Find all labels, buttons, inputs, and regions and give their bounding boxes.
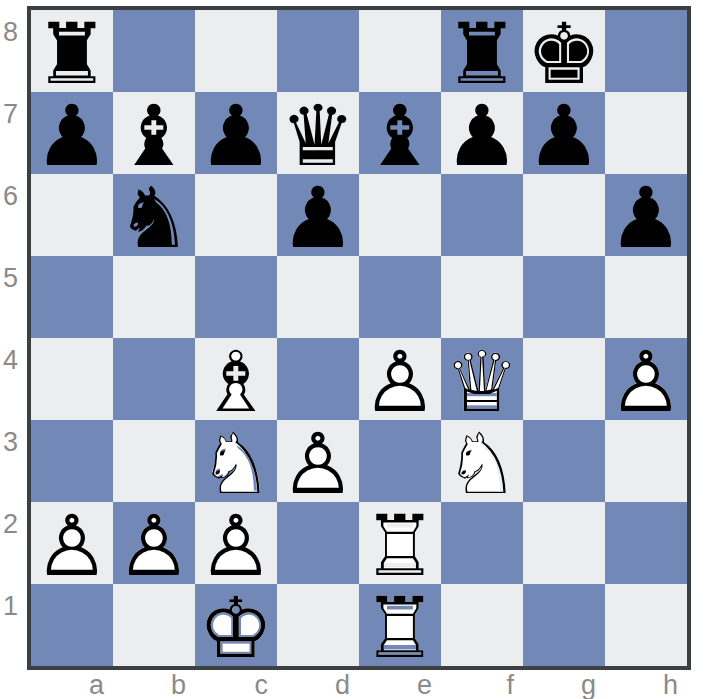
square-b7[interactable]: ♝ xyxy=(113,92,195,174)
piece-fill: ♞ xyxy=(441,423,523,505)
rank-label-4: 4 xyxy=(0,338,27,420)
square-c4[interactable]: ♝♗ xyxy=(195,338,277,420)
piece-fill: ♝ xyxy=(113,95,195,177)
square-d1[interactable] xyxy=(277,584,359,666)
piece-white-rook[interactable]: ♜♖ xyxy=(359,584,441,666)
piece-outline: ♙ xyxy=(113,505,195,587)
square-h3[interactable] xyxy=(605,420,687,502)
square-h1[interactable] xyxy=(605,584,687,666)
square-e8[interactable] xyxy=(359,10,441,92)
piece-black-pawn[interactable]: ♟ xyxy=(605,174,687,256)
square-c5[interactable] xyxy=(195,256,277,338)
rank-label-6: 6 xyxy=(0,174,27,256)
piece-black-queen[interactable]: ♛ xyxy=(277,92,359,174)
file-label-a: a xyxy=(31,671,113,699)
piece-fill: ♟ xyxy=(359,341,441,423)
square-d6[interactable]: ♟ xyxy=(277,174,359,256)
piece-fill: ♛ xyxy=(441,341,523,423)
piece-black-pawn[interactable]: ♟ xyxy=(441,92,523,174)
piece-outline: ♙ xyxy=(31,505,113,587)
piece-black-pawn[interactable]: ♟ xyxy=(523,92,605,174)
piece-outline: ♖ xyxy=(359,587,441,669)
piece-white-bishop[interactable]: ♝♗ xyxy=(195,338,277,420)
piece-fill: ♟ xyxy=(31,95,113,177)
square-d4[interactable] xyxy=(277,338,359,420)
square-b5[interactable] xyxy=(113,256,195,338)
piece-outline: ♘ xyxy=(441,423,523,505)
piece-fill: ♟ xyxy=(31,505,113,587)
square-c2[interactable]: ♟♙ xyxy=(195,502,277,584)
square-g8[interactable]: ♚ xyxy=(523,10,605,92)
piece-white-pawn[interactable]: ♟♙ xyxy=(277,420,359,502)
rank-label-5: 5 xyxy=(0,256,27,338)
square-h8[interactable] xyxy=(605,10,687,92)
square-g4[interactable] xyxy=(523,338,605,420)
piece-white-king[interactable]: ♚♔ xyxy=(195,584,277,666)
square-d2[interactable] xyxy=(277,502,359,584)
square-h7[interactable] xyxy=(605,92,687,174)
chess-board: ♜♜♚♟♝♟♛♝♟♟♞♟♟♝♗♟♙♛♕♟♙♞♘♟♙♞♘♟♙♟♙♟♙♜♖♚♔♜♖ xyxy=(31,10,687,666)
square-h4[interactable]: ♟♙ xyxy=(605,338,687,420)
square-b4[interactable] xyxy=(113,338,195,420)
square-h6[interactable]: ♟ xyxy=(605,174,687,256)
square-a5[interactable] xyxy=(31,256,113,338)
square-g1[interactable] xyxy=(523,584,605,666)
square-b6[interactable]: ♞ xyxy=(113,174,195,256)
square-c8[interactable] xyxy=(195,10,277,92)
square-e1[interactable]: ♜♖ xyxy=(359,584,441,666)
piece-fill: ♜ xyxy=(441,13,523,95)
square-d7[interactable]: ♛ xyxy=(277,92,359,174)
piece-outline: ♙ xyxy=(277,423,359,505)
piece-black-pawn[interactable]: ♟ xyxy=(277,174,359,256)
square-h2[interactable] xyxy=(605,502,687,584)
square-a7[interactable]: ♟ xyxy=(31,92,113,174)
square-f5[interactable] xyxy=(441,256,523,338)
piece-outline: ♖ xyxy=(359,505,441,587)
square-d8[interactable] xyxy=(277,10,359,92)
file-label-c: c xyxy=(195,671,277,699)
piece-white-queen[interactable]: ♛♕ xyxy=(441,338,523,420)
rank-label-8: 8 xyxy=(0,10,27,92)
file-label-h: h xyxy=(605,671,687,699)
piece-outline: ♙ xyxy=(605,341,687,423)
square-a4[interactable] xyxy=(31,338,113,420)
piece-white-pawn[interactable]: ♟♙ xyxy=(113,502,195,584)
file-label-d: d xyxy=(277,671,359,699)
square-b3[interactable] xyxy=(113,420,195,502)
square-f6[interactable] xyxy=(441,174,523,256)
square-g3[interactable] xyxy=(523,420,605,502)
piece-fill: ♝ xyxy=(359,95,441,177)
square-e2[interactable]: ♜♖ xyxy=(359,502,441,584)
square-f7[interactable]: ♟ xyxy=(441,92,523,174)
file-label-f: f xyxy=(441,671,523,699)
square-a1[interactable] xyxy=(31,584,113,666)
square-b8[interactable] xyxy=(113,10,195,92)
square-e7[interactable]: ♝ xyxy=(359,92,441,174)
piece-fill: ♟ xyxy=(195,505,277,587)
piece-fill: ♞ xyxy=(195,423,277,505)
square-d5[interactable] xyxy=(277,256,359,338)
piece-fill: ♟ xyxy=(277,423,359,505)
piece-outline: ♙ xyxy=(359,341,441,423)
square-a6[interactable] xyxy=(31,174,113,256)
square-b2[interactable]: ♟♙ xyxy=(113,502,195,584)
square-e4[interactable]: ♟♙ xyxy=(359,338,441,420)
rank-label-2: 2 xyxy=(0,502,27,584)
piece-fill: ♜ xyxy=(359,505,441,587)
piece-white-knight[interactable]: ♞♘ xyxy=(195,420,277,502)
piece-black-pawn[interactable]: ♟ xyxy=(195,92,277,174)
square-d3[interactable]: ♟♙ xyxy=(277,420,359,502)
square-f1[interactable] xyxy=(441,584,523,666)
file-label-e: e xyxy=(359,671,441,699)
square-f3[interactable]: ♞♘ xyxy=(441,420,523,502)
square-a3[interactable] xyxy=(31,420,113,502)
piece-white-knight[interactable]: ♞♘ xyxy=(441,420,523,502)
rank-labels: 87654321 xyxy=(0,10,27,666)
board-frame: ♜♜♚♟♝♟♛♝♟♟♞♟♟♝♗♟♙♛♕♟♙♞♘♟♙♞♘♟♙♟♙♟♙♜♖♚♔♜♖ xyxy=(27,6,691,670)
piece-black-rook[interactable]: ♜ xyxy=(441,10,523,92)
square-e5[interactable] xyxy=(359,256,441,338)
square-f4[interactable]: ♛♕ xyxy=(441,338,523,420)
file-label-g: g xyxy=(523,671,605,699)
square-e6[interactable] xyxy=(359,174,441,256)
piece-black-bishop[interactable]: ♝ xyxy=(113,92,195,174)
piece-fill: ♜ xyxy=(31,13,113,95)
piece-outline: ♘ xyxy=(195,423,277,505)
rank-label-1: 1 xyxy=(0,584,27,666)
piece-white-pawn[interactable]: ♟♙ xyxy=(195,502,277,584)
piece-fill: ♟ xyxy=(441,95,523,177)
piece-black-bishop[interactable]: ♝ xyxy=(359,92,441,174)
piece-outline: ♔ xyxy=(195,587,277,669)
piece-outline: ♕ xyxy=(441,341,523,423)
piece-white-pawn[interactable]: ♟♙ xyxy=(605,338,687,420)
piece-fill: ♟ xyxy=(277,177,359,259)
piece-outline: ♗ xyxy=(195,341,277,423)
chess-app: 87654321 ♜♜♚♟♝♟♛♝♟♟♞♟♟♝♗♟♙♛♕♟♙♞♘♟♙♞♘♟♙♟♙… xyxy=(0,0,720,699)
piece-black-pawn[interactable]: ♟ xyxy=(31,92,113,174)
piece-fill: ♜ xyxy=(359,587,441,669)
file-label-b: b xyxy=(113,671,195,699)
piece-fill: ♚ xyxy=(195,587,277,669)
file-labels: abcdefgh xyxy=(31,671,687,699)
piece-fill: ♟ xyxy=(523,95,605,177)
piece-fill: ♟ xyxy=(605,341,687,423)
piece-fill: ♟ xyxy=(605,177,687,259)
square-a8[interactable]: ♜ xyxy=(31,10,113,92)
square-c6[interactable] xyxy=(195,174,277,256)
square-g5[interactable] xyxy=(523,256,605,338)
piece-fill: ♟ xyxy=(195,95,277,177)
square-c3[interactable]: ♞♘ xyxy=(195,420,277,502)
square-f2[interactable] xyxy=(441,502,523,584)
square-a2[interactable]: ♟♙ xyxy=(31,502,113,584)
square-e3[interactable] xyxy=(359,420,441,502)
square-g7[interactable]: ♟ xyxy=(523,92,605,174)
piece-fill: ♛ xyxy=(277,95,359,177)
rank-label-7: 7 xyxy=(0,92,27,174)
rank-label-3: 3 xyxy=(0,420,27,502)
piece-fill: ♟ xyxy=(113,505,195,587)
piece-white-pawn[interactable]: ♟♙ xyxy=(359,338,441,420)
square-h5[interactable] xyxy=(605,256,687,338)
piece-black-rook[interactable]: ♜ xyxy=(31,10,113,92)
piece-outline: ♙ xyxy=(195,505,277,587)
piece-fill: ♞ xyxy=(113,177,195,259)
square-c1[interactable]: ♚♔ xyxy=(195,584,277,666)
piece-white-rook[interactable]: ♜♖ xyxy=(359,502,441,584)
piece-white-pawn[interactable]: ♟♙ xyxy=(31,502,113,584)
piece-black-king[interactable]: ♚ xyxy=(523,10,605,92)
square-g2[interactable] xyxy=(523,502,605,584)
square-b1[interactable] xyxy=(113,584,195,666)
piece-fill: ♚ xyxy=(523,13,605,95)
piece-black-knight[interactable]: ♞ xyxy=(113,174,195,256)
square-f8[interactable]: ♜ xyxy=(441,10,523,92)
square-g6[interactable] xyxy=(523,174,605,256)
square-c7[interactable]: ♟ xyxy=(195,92,277,174)
piece-fill: ♝ xyxy=(195,341,277,423)
